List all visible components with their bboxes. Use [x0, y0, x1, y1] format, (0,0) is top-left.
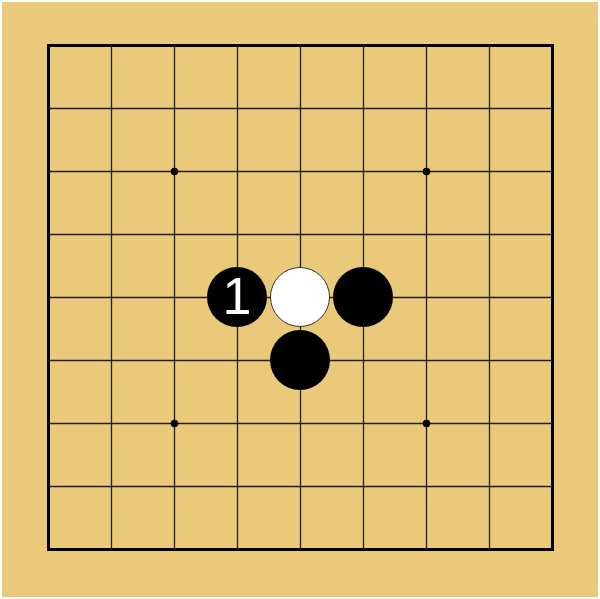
- go-diagram: 1: [0, 0, 600, 599]
- intersection-5-7[interactable]: [332, 455, 395, 518]
- intersection-4-0[interactable]: [269, 14, 332, 77]
- intersection-4-2[interactable]: [269, 140, 332, 203]
- intersection-6-3[interactable]: [395, 203, 458, 266]
- intersection-4-8[interactable]: [269, 518, 332, 581]
- intersection-5-8[interactable]: [332, 518, 395, 581]
- intersection-8-8[interactable]: [521, 518, 584, 581]
- intersection-3-4[interactable]: 1: [206, 266, 269, 329]
- intersection-3-6[interactable]: [206, 392, 269, 455]
- intersection-4-7[interactable]: [269, 455, 332, 518]
- intersection-8-5[interactable]: [521, 329, 584, 392]
- intersection-0-3[interactable]: [17, 203, 80, 266]
- intersection-2-4[interactable]: [143, 266, 206, 329]
- intersection-7-4[interactable]: [458, 266, 521, 329]
- intersection-5-0[interactable]: [332, 14, 395, 77]
- intersection-2-5[interactable]: [143, 329, 206, 392]
- intersection-4-5[interactable]: [269, 329, 332, 392]
- intersection-7-3[interactable]: [458, 203, 521, 266]
- intersection-1-2[interactable]: [80, 140, 143, 203]
- intersection-2-2[interactable]: [143, 140, 206, 203]
- intersection-2-6[interactable]: [143, 392, 206, 455]
- intersection-8-2[interactable]: [521, 140, 584, 203]
- intersection-1-0[interactable]: [80, 14, 143, 77]
- intersection-5-3[interactable]: [332, 203, 395, 266]
- intersection-3-7[interactable]: [206, 455, 269, 518]
- intersection-2-0[interactable]: [143, 14, 206, 77]
- intersection-5-6[interactable]: [332, 392, 395, 455]
- intersection-0-4[interactable]: [17, 266, 80, 329]
- intersection-4-1[interactable]: [269, 77, 332, 140]
- intersection-6-7[interactable]: [395, 455, 458, 518]
- intersection-8-7[interactable]: [521, 455, 584, 518]
- intersection-3-3[interactable]: [206, 203, 269, 266]
- intersection-6-6[interactable]: [395, 392, 458, 455]
- go-board: 1: [17, 14, 584, 581]
- intersection-7-5[interactable]: [458, 329, 521, 392]
- intersection-0-6[interactable]: [17, 392, 80, 455]
- intersection-1-7[interactable]: [80, 455, 143, 518]
- intersection-5-1[interactable]: [332, 77, 395, 140]
- intersection-5-5[interactable]: [332, 329, 395, 392]
- black-stone: [270, 330, 330, 390]
- black-stone: [333, 267, 393, 327]
- intersection-2-3[interactable]: [143, 203, 206, 266]
- intersection-1-6[interactable]: [80, 392, 143, 455]
- white-stone: [270, 267, 330, 327]
- intersection-1-1[interactable]: [80, 77, 143, 140]
- black-stone: 1: [207, 267, 267, 327]
- intersection-0-1[interactable]: [17, 77, 80, 140]
- intersection-7-8[interactable]: [458, 518, 521, 581]
- intersection-8-1[interactable]: [521, 77, 584, 140]
- intersection-5-2[interactable]: [332, 140, 395, 203]
- intersection-6-0[interactable]: [395, 14, 458, 77]
- intersection-6-5[interactable]: [395, 329, 458, 392]
- intersection-3-5[interactable]: [206, 329, 269, 392]
- intersection-6-2[interactable]: [395, 140, 458, 203]
- intersection-2-8[interactable]: [143, 518, 206, 581]
- intersection-1-8[interactable]: [80, 518, 143, 581]
- intersection-3-8[interactable]: [206, 518, 269, 581]
- intersection-0-0[interactable]: [17, 14, 80, 77]
- intersection-7-7[interactable]: [458, 455, 521, 518]
- intersection-1-4[interactable]: [80, 266, 143, 329]
- intersection-7-1[interactable]: [458, 77, 521, 140]
- intersection-4-3[interactable]: [269, 203, 332, 266]
- intersection-8-3[interactable]: [521, 203, 584, 266]
- intersection-0-2[interactable]: [17, 140, 80, 203]
- intersection-3-0[interactable]: [206, 14, 269, 77]
- move-number-label: 1: [223, 270, 252, 322]
- intersection-6-4[interactable]: [395, 266, 458, 329]
- intersection-6-8[interactable]: [395, 518, 458, 581]
- intersection-1-5[interactable]: [80, 329, 143, 392]
- intersection-3-1[interactable]: [206, 77, 269, 140]
- intersection-4-6[interactable]: [269, 392, 332, 455]
- intersection-7-0[interactable]: [458, 14, 521, 77]
- intersection-5-4[interactable]: [332, 266, 395, 329]
- intersection-7-2[interactable]: [458, 140, 521, 203]
- intersection-0-5[interactable]: [17, 329, 80, 392]
- intersection-8-0[interactable]: [521, 14, 584, 77]
- intersection-0-8[interactable]: [17, 518, 80, 581]
- intersection-2-1[interactable]: [143, 77, 206, 140]
- intersection-4-4[interactable]: [269, 266, 332, 329]
- intersection-3-2[interactable]: [206, 140, 269, 203]
- intersection-1-3[interactable]: [80, 203, 143, 266]
- intersection-8-6[interactable]: [521, 392, 584, 455]
- intersection-2-7[interactable]: [143, 455, 206, 518]
- board-intersections: 1: [17, 14, 584, 581]
- intersection-7-6[interactable]: [458, 392, 521, 455]
- intersection-6-1[interactable]: [395, 77, 458, 140]
- intersection-8-4[interactable]: [521, 266, 584, 329]
- intersection-0-7[interactable]: [17, 455, 80, 518]
